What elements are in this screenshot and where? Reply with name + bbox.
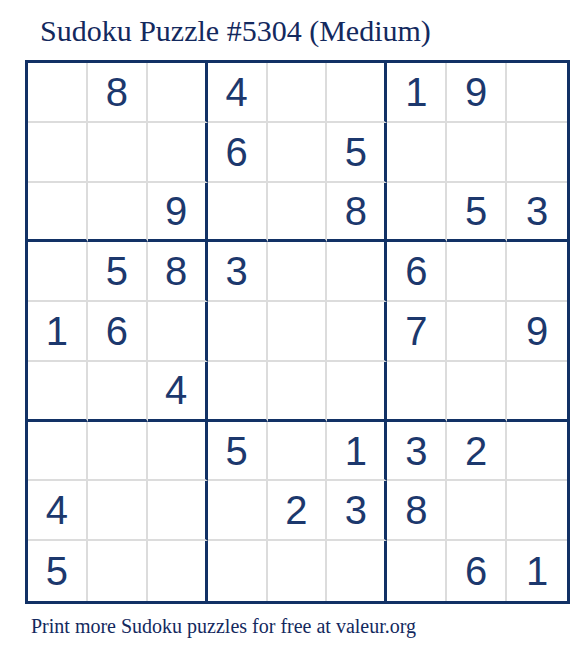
cell-r3c1-empty bbox=[28, 183, 88, 243]
cell-r3c7-empty bbox=[387, 183, 447, 243]
cell-r5c4-empty bbox=[208, 302, 268, 362]
cell-r5c9-given: 9 bbox=[507, 302, 567, 362]
cell-r8c7-given: 8 bbox=[387, 481, 447, 541]
cell-r1c6-empty bbox=[327, 63, 387, 123]
cell-r9c7-empty bbox=[387, 541, 447, 601]
cell-r9c2-empty bbox=[88, 541, 148, 601]
cell-r7c7-given: 3 bbox=[387, 422, 447, 482]
cell-r8c4-empty bbox=[208, 481, 268, 541]
cell-r9c1-given: 5 bbox=[28, 541, 88, 601]
cell-r6c2-empty bbox=[88, 362, 148, 422]
cell-r7c3-empty bbox=[148, 422, 208, 482]
cell-r4c9-empty bbox=[507, 242, 567, 302]
cell-r3c8-given: 5 bbox=[447, 183, 507, 243]
cell-r6c7-empty bbox=[387, 362, 447, 422]
cell-r2c9-empty bbox=[507, 123, 567, 183]
cell-r8c2-empty bbox=[88, 481, 148, 541]
cell-r9c5-empty bbox=[268, 541, 328, 601]
sudoku-board: 841965985358361679451324238561 bbox=[25, 60, 570, 604]
cell-r3c4-empty bbox=[208, 183, 268, 243]
cell-r3c9-given: 3 bbox=[507, 183, 567, 243]
page-title: Sudoku Puzzle #5304 (Medium) bbox=[40, 14, 431, 48]
cell-r5c2-given: 6 bbox=[88, 302, 148, 362]
cell-r1c4-given: 4 bbox=[208, 63, 268, 123]
cell-r8c3-empty bbox=[148, 481, 208, 541]
cell-r5c8-empty bbox=[447, 302, 507, 362]
cell-r3c5-empty bbox=[268, 183, 328, 243]
cell-r7c9-empty bbox=[507, 422, 567, 482]
cell-r2c2-empty bbox=[88, 123, 148, 183]
cell-r8c5-given: 2 bbox=[268, 481, 328, 541]
cell-r7c4-given: 5 bbox=[208, 422, 268, 482]
cell-r6c9-empty bbox=[507, 362, 567, 422]
cell-r1c9-empty bbox=[507, 63, 567, 123]
cell-r9c6-empty bbox=[327, 541, 387, 601]
cell-r1c3-empty bbox=[148, 63, 208, 123]
cell-r5c3-empty bbox=[148, 302, 208, 362]
cell-r6c1-empty bbox=[28, 362, 88, 422]
cell-r2c4-given: 6 bbox=[208, 123, 268, 183]
cell-r9c9-given: 1 bbox=[507, 541, 567, 601]
cell-r7c8-given: 2 bbox=[447, 422, 507, 482]
cell-r4c8-empty bbox=[447, 242, 507, 302]
footer-note: Print more Sudoku puzzles for free at va… bbox=[31, 615, 416, 638]
cell-r8c1-given: 4 bbox=[28, 481, 88, 541]
cell-r6c8-empty bbox=[447, 362, 507, 422]
cell-r7c5-empty bbox=[268, 422, 328, 482]
cell-r2c7-empty bbox=[387, 123, 447, 183]
cell-r4c6-empty bbox=[327, 242, 387, 302]
cell-r2c6-given: 5 bbox=[327, 123, 387, 183]
cell-r9c3-empty bbox=[148, 541, 208, 601]
cell-r5c5-empty bbox=[268, 302, 328, 362]
cell-r2c3-empty bbox=[148, 123, 208, 183]
cell-r7c6-given: 1 bbox=[327, 422, 387, 482]
cell-r3c3-given: 9 bbox=[148, 183, 208, 243]
cell-r5c6-empty bbox=[327, 302, 387, 362]
cell-r1c8-given: 9 bbox=[447, 63, 507, 123]
cell-r8c8-empty bbox=[447, 481, 507, 541]
cell-r9c4-empty bbox=[208, 541, 268, 601]
cell-r4c7-given: 6 bbox=[387, 242, 447, 302]
cell-r2c8-empty bbox=[447, 123, 507, 183]
cell-r4c2-given: 5 bbox=[88, 242, 148, 302]
cell-r1c1-empty bbox=[28, 63, 88, 123]
cell-r4c4-given: 3 bbox=[208, 242, 268, 302]
cell-r4c3-given: 8 bbox=[148, 242, 208, 302]
cell-r1c2-given: 8 bbox=[88, 63, 148, 123]
cell-r2c5-empty bbox=[268, 123, 328, 183]
cell-r3c2-empty bbox=[88, 183, 148, 243]
cell-r1c5-empty bbox=[268, 63, 328, 123]
cell-r5c7-given: 7 bbox=[387, 302, 447, 362]
cell-r6c4-empty bbox=[208, 362, 268, 422]
cell-r5c1-given: 1 bbox=[28, 302, 88, 362]
cell-r9c8-given: 6 bbox=[447, 541, 507, 601]
cell-r3c6-given: 8 bbox=[327, 183, 387, 243]
cell-r4c1-empty bbox=[28, 242, 88, 302]
sudoku-page: Sudoku Puzzle #5304 (Medium) 84196598535… bbox=[0, 0, 574, 651]
cell-r1c7-given: 1 bbox=[387, 63, 447, 123]
cell-r7c2-empty bbox=[88, 422, 148, 482]
cell-r8c9-empty bbox=[507, 481, 567, 541]
cell-r6c6-empty bbox=[327, 362, 387, 422]
cell-r2c1-empty bbox=[28, 123, 88, 183]
cell-r8c6-given: 3 bbox=[327, 481, 387, 541]
cell-r4c5-empty bbox=[268, 242, 328, 302]
cell-r7c1-empty bbox=[28, 422, 88, 482]
cell-r6c5-empty bbox=[268, 362, 328, 422]
cell-r6c3-given: 4 bbox=[148, 362, 208, 422]
